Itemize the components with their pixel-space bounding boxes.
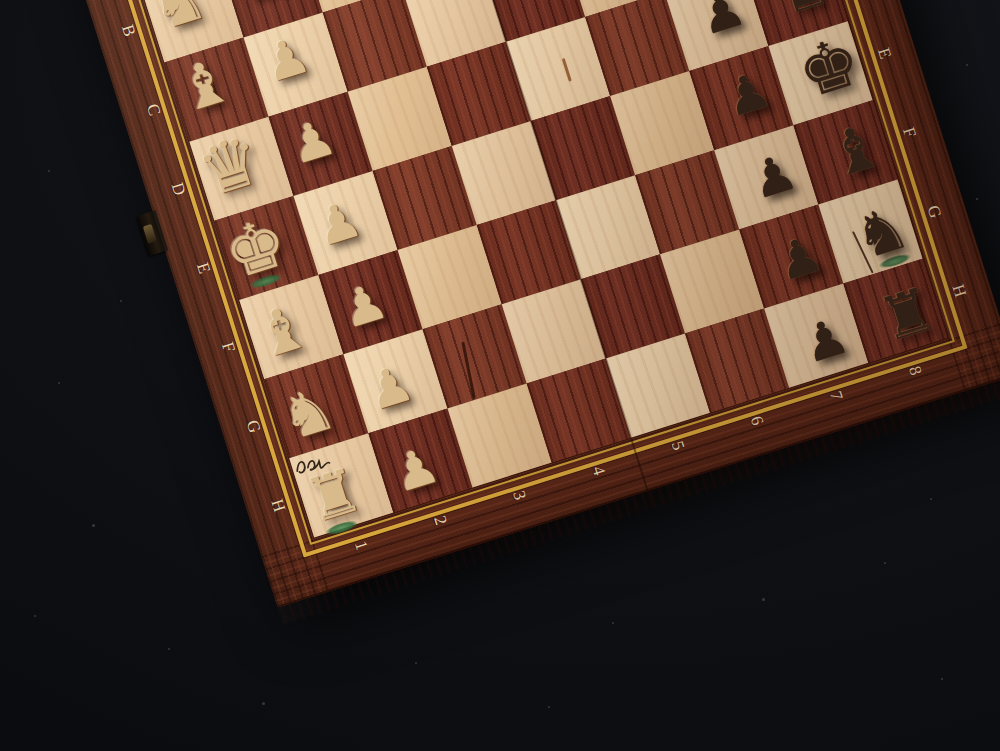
dust-speck <box>976 198 978 200</box>
dust-speck <box>92 524 95 527</box>
chess-board-box: AABBCCDDEEFFGGHH1122334455667788 ♜♞♝♛♚♝♞… <box>44 0 1000 608</box>
dust-speck <box>168 648 170 650</box>
rank-label-bottom-1: 1 <box>350 539 372 554</box>
dust-speck <box>58 382 60 384</box>
file-label-left-b: B <box>117 22 140 39</box>
rank-label-bottom-6: 6 <box>745 414 767 429</box>
rank-label-bottom-4: 4 <box>587 464 609 479</box>
dust-speck <box>34 615 36 617</box>
dust-speck <box>262 702 265 705</box>
rank-label-bottom-2: 2 <box>429 514 451 529</box>
file-label-right-g: G <box>922 202 945 220</box>
dust-speck <box>612 622 614 624</box>
file-label-left-f: F <box>217 339 239 355</box>
dust-speck <box>762 598 765 601</box>
file-label-left-h: H <box>266 496 289 514</box>
rank-label-bottom-7: 7 <box>824 389 846 404</box>
dust-speck <box>548 706 550 708</box>
dust-speck <box>941 678 943 680</box>
photo-canvas: AABBCCDDEEFFGGHH1122334455667788 ♜♞♝♛♚♝♞… <box>0 0 1000 751</box>
dust-speck <box>966 64 968 66</box>
rank-label-bottom-3: 3 <box>508 489 530 504</box>
file-label-right-e: E <box>873 45 895 61</box>
rank-label-bottom-8: 8 <box>904 364 926 379</box>
file-label-left-g: G <box>241 417 264 435</box>
dust-speck <box>930 498 932 500</box>
dust-speck <box>48 170 50 172</box>
dust-speck <box>884 562 886 564</box>
file-label-right-h: H <box>947 282 970 300</box>
rank-label-bottom-5: 5 <box>666 439 688 454</box>
metal-clasp <box>136 210 168 256</box>
dust-speck <box>415 662 417 664</box>
file-label-left-c: C <box>142 101 165 118</box>
dust-speck <box>120 300 122 302</box>
file-label-left-e: E <box>192 260 214 276</box>
file-label-left-d: D <box>167 180 190 198</box>
file-label-right-f: F <box>898 125 920 141</box>
